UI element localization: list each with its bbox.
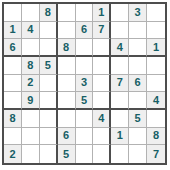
cell-r2c6[interactable]: 7: [93, 22, 111, 40]
cell-r5c4[interactable]: [58, 75, 76, 93]
cell-r9c4[interactable]: 5: [58, 145, 76, 163]
cell-r4c1[interactable]: [4, 57, 22, 75]
cell-r2c2[interactable]: 4: [22, 22, 40, 40]
cell-r8c9[interactable]: 8: [147, 128, 165, 146]
cell-r4c2[interactable]: 8: [22, 57, 40, 75]
cell-r8c1[interactable]: [4, 128, 22, 146]
sudoku-board: 81314676841852376954845618257: [2, 2, 167, 165]
cell-r6c5[interactable]: 5: [76, 92, 94, 110]
cell-r8c4[interactable]: 6: [58, 128, 76, 146]
cell-r4c9[interactable]: [147, 57, 165, 75]
cell-r7c2[interactable]: [22, 110, 40, 128]
cell-r6c2[interactable]: 9: [22, 92, 40, 110]
cell-r2c5[interactable]: 6: [76, 22, 94, 40]
cell-r2c1[interactable]: 1: [4, 22, 22, 40]
cell-r7c1[interactable]: 8: [4, 110, 22, 128]
cell-r3c8[interactable]: [129, 39, 147, 57]
cell-r5c3[interactable]: [40, 75, 58, 93]
cell-r1c9[interactable]: [147, 4, 165, 22]
cell-r1c1[interactable]: [4, 4, 22, 22]
cell-r1c2[interactable]: [22, 4, 40, 22]
cell-r5c9[interactable]: [147, 75, 165, 93]
cell-r6c3[interactable]: [40, 92, 58, 110]
cell-r2c4[interactable]: [58, 22, 76, 40]
cell-r2c7[interactable]: [111, 22, 129, 40]
cell-r1c5[interactable]: [76, 4, 94, 22]
cell-r9c3[interactable]: [40, 145, 58, 163]
cell-r3c9[interactable]: 1: [147, 39, 165, 57]
cell-r4c6[interactable]: [93, 57, 111, 75]
cell-r6c8[interactable]: [129, 92, 147, 110]
cell-r3c7[interactable]: 4: [111, 39, 129, 57]
cell-r9c7[interactable]: [111, 145, 129, 163]
cell-r9c2[interactable]: [22, 145, 40, 163]
cell-r6c4[interactable]: [58, 92, 76, 110]
cell-r3c6[interactable]: [93, 39, 111, 57]
cell-r5c8[interactable]: 6: [129, 75, 147, 93]
cell-r1c4[interactable]: [58, 4, 76, 22]
cell-r1c3[interactable]: 8: [40, 4, 58, 22]
cell-r1c6[interactable]: 1: [93, 4, 111, 22]
cell-r8c6[interactable]: [93, 128, 111, 146]
cell-r5c7[interactable]: 7: [111, 75, 129, 93]
cell-r6c9[interactable]: 4: [147, 92, 165, 110]
cell-r3c2[interactable]: [22, 39, 40, 57]
cell-r3c3[interactable]: [40, 39, 58, 57]
cell-r2c9[interactable]: [147, 22, 165, 40]
cell-r5c5[interactable]: 3: [76, 75, 94, 93]
cell-r8c3[interactable]: [40, 128, 58, 146]
cell-r9c1[interactable]: 2: [4, 145, 22, 163]
cell-r3c4[interactable]: 8: [58, 39, 76, 57]
cell-r4c8[interactable]: [129, 57, 147, 75]
cell-r5c1[interactable]: [4, 75, 22, 93]
cell-r3c5[interactable]: [76, 39, 94, 57]
cell-r7c7[interactable]: [111, 110, 129, 128]
cell-r4c4[interactable]: [58, 57, 76, 75]
cell-r8c7[interactable]: 1: [111, 128, 129, 146]
cell-r6c1[interactable]: [4, 92, 22, 110]
cell-r4c7[interactable]: [111, 57, 129, 75]
cell-r8c2[interactable]: [22, 128, 40, 146]
cell-r4c5[interactable]: [76, 57, 94, 75]
cell-r7c5[interactable]: [76, 110, 94, 128]
cell-r9c5[interactable]: [76, 145, 94, 163]
cell-r8c5[interactable]: [76, 128, 94, 146]
cell-r7c3[interactable]: [40, 110, 58, 128]
cell-r1c7[interactable]: [111, 4, 129, 22]
cell-r5c2[interactable]: 2: [22, 75, 40, 93]
cell-r6c7[interactable]: [111, 92, 129, 110]
cell-r9c9[interactable]: 7: [147, 145, 165, 163]
cell-r3c1[interactable]: 6: [4, 39, 22, 57]
cell-r9c8[interactable]: [129, 145, 147, 163]
cell-r9c6[interactable]: [93, 145, 111, 163]
cell-r2c8[interactable]: [129, 22, 147, 40]
cell-r5c6[interactable]: [93, 75, 111, 93]
cell-r7c8[interactable]: 5: [129, 110, 147, 128]
cell-r8c8[interactable]: [129, 128, 147, 146]
cell-r7c4[interactable]: [58, 110, 76, 128]
cell-r6c6[interactable]: [93, 92, 111, 110]
cell-r4c3[interactable]: 5: [40, 57, 58, 75]
cell-r1c8[interactable]: 3: [129, 4, 147, 22]
cell-r2c3[interactable]: [40, 22, 58, 40]
cell-r7c6[interactable]: 4: [93, 110, 111, 128]
cell-r7c9[interactable]: [147, 110, 165, 128]
